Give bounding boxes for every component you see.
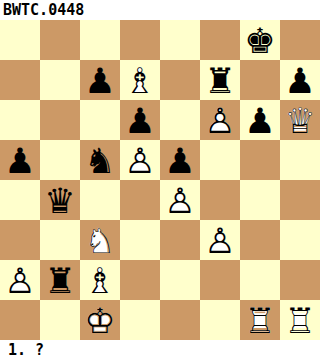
black-pawn-icon[interactable]: ♟ <box>0 140 40 180</box>
square-c5[interactable]: ♞ <box>80 140 120 180</box>
chess-diagram-window: BWTC.0448 ♚♟♝♗♜♟♟♟♙♟♛♕♟♞♟♙♟♛♟♙♞♘♟♙♟♙♜♝♗♚… <box>0 0 320 360</box>
square-b1[interactable] <box>40 300 80 340</box>
white-knight-icon[interactable]: ♞♘ <box>80 220 120 260</box>
square-f6[interactable]: ♟♙ <box>200 100 240 140</box>
square-f5[interactable] <box>200 140 240 180</box>
square-f3[interactable]: ♟♙ <box>200 220 240 260</box>
square-f1[interactable] <box>200 300 240 340</box>
square-e3[interactable] <box>160 220 200 260</box>
square-e1[interactable] <box>160 300 200 340</box>
square-b6[interactable] <box>40 100 80 140</box>
square-b5[interactable] <box>40 140 80 180</box>
square-g7[interactable] <box>240 60 280 100</box>
white-rook-icon[interactable]: ♜♖ <box>240 300 280 340</box>
square-d1[interactable] <box>120 300 160 340</box>
piece-outline: ♖ <box>280 300 320 340</box>
black-pawn-icon[interactable]: ♟ <box>80 60 120 100</box>
diagram-title: BWTC.0448 <box>0 0 320 20</box>
square-e4[interactable]: ♟♙ <box>160 180 200 220</box>
black-rook-icon[interactable]: ♜ <box>40 260 80 300</box>
white-pawn-icon[interactable]: ♟♙ <box>200 100 240 140</box>
square-g5[interactable] <box>240 140 280 180</box>
piece-outline: ♙ <box>120 140 160 180</box>
square-g4[interactable] <box>240 180 280 220</box>
square-g3[interactable] <box>240 220 280 260</box>
square-b2[interactable]: ♜ <box>40 260 80 300</box>
square-a4[interactable] <box>0 180 40 220</box>
square-h8[interactable] <box>280 20 320 60</box>
square-d8[interactable] <box>120 20 160 60</box>
square-f2[interactable] <box>200 260 240 300</box>
black-queen-icon[interactable]: ♛ <box>40 180 80 220</box>
square-a8[interactable] <box>0 20 40 60</box>
square-h6[interactable]: ♛♕ <box>280 100 320 140</box>
square-e5[interactable]: ♟ <box>160 140 200 180</box>
black-pawn-icon[interactable]: ♟ <box>160 140 200 180</box>
white-bishop-icon[interactable]: ♝♗ <box>80 260 120 300</box>
white-queen-icon[interactable]: ♛♕ <box>280 100 320 140</box>
square-b3[interactable] <box>40 220 80 260</box>
black-rook-icon[interactable]: ♜ <box>200 60 240 100</box>
piece-outline: ♙ <box>200 220 240 260</box>
black-pawn-icon[interactable]: ♟ <box>120 100 160 140</box>
square-d7[interactable]: ♝♗ <box>120 60 160 100</box>
piece-outline: ♖ <box>240 300 280 340</box>
piece-outline: ♙ <box>160 180 200 220</box>
piece-outline: ♔ <box>80 300 120 340</box>
square-d3[interactable] <box>120 220 160 260</box>
square-c1[interactable]: ♚♔ <box>80 300 120 340</box>
square-f8[interactable] <box>200 20 240 60</box>
square-c3[interactable]: ♞♘ <box>80 220 120 260</box>
white-bishop-icon[interactable]: ♝♗ <box>120 60 160 100</box>
square-h1[interactable]: ♜♖ <box>280 300 320 340</box>
white-pawn-icon[interactable]: ♟♙ <box>160 180 200 220</box>
move-prompt: 1. ? <box>0 340 320 360</box>
square-a7[interactable] <box>0 60 40 100</box>
square-a6[interactable] <box>0 100 40 140</box>
square-c4[interactable] <box>80 180 120 220</box>
square-d5[interactable]: ♟♙ <box>120 140 160 180</box>
square-a3[interactable] <box>0 220 40 260</box>
white-rook-icon[interactable]: ♜♖ <box>280 300 320 340</box>
white-pawn-icon[interactable]: ♟♙ <box>200 220 240 260</box>
square-c7[interactable]: ♟ <box>80 60 120 100</box>
white-pawn-icon[interactable]: ♟♙ <box>120 140 160 180</box>
chess-board: ♚♟♝♗♜♟♟♟♙♟♛♕♟♞♟♙♟♛♟♙♞♘♟♙♟♙♜♝♗♚♔♜♖♜♖ <box>0 20 320 340</box>
square-g2[interactable] <box>240 260 280 300</box>
square-h2[interactable] <box>280 260 320 300</box>
square-c6[interactable] <box>80 100 120 140</box>
black-knight-icon[interactable]: ♞ <box>80 140 120 180</box>
square-e6[interactable] <box>160 100 200 140</box>
square-b4[interactable]: ♛ <box>40 180 80 220</box>
square-d2[interactable] <box>120 260 160 300</box>
piece-outline: ♗ <box>120 60 160 100</box>
square-c2[interactable]: ♝♗ <box>80 260 120 300</box>
piece-outline: ♘ <box>80 220 120 260</box>
square-g8[interactable]: ♚ <box>240 20 280 60</box>
square-h5[interactable] <box>280 140 320 180</box>
piece-outline: ♙ <box>200 100 240 140</box>
white-pawn-icon[interactable]: ♟♙ <box>0 260 40 300</box>
square-e2[interactable] <box>160 260 200 300</box>
white-king-icon[interactable]: ♚♔ <box>80 300 120 340</box>
square-e7[interactable] <box>160 60 200 100</box>
black-pawn-icon[interactable]: ♟ <box>280 60 320 100</box>
square-a1[interactable] <box>0 300 40 340</box>
square-a5[interactable]: ♟ <box>0 140 40 180</box>
square-b7[interactable] <box>40 60 80 100</box>
square-a2[interactable]: ♟♙ <box>0 260 40 300</box>
square-f7[interactable]: ♜ <box>200 60 240 100</box>
piece-outline: ♗ <box>80 260 120 300</box>
square-d6[interactable]: ♟ <box>120 100 160 140</box>
square-f4[interactable] <box>200 180 240 220</box>
black-pawn-icon[interactable]: ♟ <box>240 100 280 140</box>
square-g6[interactable]: ♟ <box>240 100 280 140</box>
square-h7[interactable]: ♟ <box>280 60 320 100</box>
black-king-icon[interactable]: ♚ <box>240 20 280 60</box>
square-g1[interactable]: ♜♖ <box>240 300 280 340</box>
square-c8[interactable] <box>80 20 120 60</box>
piece-outline: ♙ <box>0 260 40 300</box>
square-h4[interactable] <box>280 180 320 220</box>
square-e8[interactable] <box>160 20 200 60</box>
square-h3[interactable] <box>280 220 320 260</box>
piece-outline: ♕ <box>280 100 320 140</box>
square-b8[interactable] <box>40 20 80 60</box>
square-d4[interactable] <box>120 180 160 220</box>
